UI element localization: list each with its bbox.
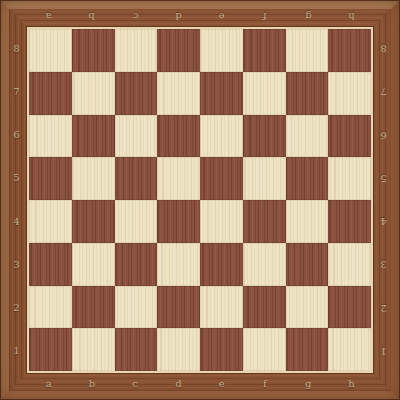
frame-side-left (9, 9, 27, 391)
square-a2[interactable] (29, 286, 72, 329)
square-d8[interactable] (157, 29, 200, 72)
square-b7[interactable] (72, 72, 115, 115)
square-h5[interactable] (328, 157, 371, 200)
square-a6[interactable] (29, 115, 72, 158)
square-d4[interactable] (157, 200, 200, 243)
square-e4[interactable] (200, 200, 243, 243)
square-b8[interactable] (72, 29, 115, 72)
square-h3[interactable] (328, 243, 371, 286)
square-e8[interactable] (200, 29, 243, 72)
square-h6[interactable] (328, 115, 371, 158)
square-e5[interactable] (200, 157, 243, 200)
square-f4[interactable] (243, 200, 286, 243)
square-c6[interactable] (115, 115, 158, 158)
square-e7[interactable] (200, 72, 243, 115)
square-b5[interactable] (72, 157, 115, 200)
square-g1[interactable] (286, 328, 329, 371)
square-f6[interactable] (243, 115, 286, 158)
square-g8[interactable] (286, 29, 329, 72)
square-h7[interactable] (328, 72, 371, 115)
square-d1[interactable] (157, 328, 200, 371)
square-c3[interactable] (115, 243, 158, 286)
square-c5[interactable] (115, 157, 158, 200)
frame-side-right (373, 9, 391, 391)
square-f5[interactable] (243, 157, 286, 200)
chessboard: abcdefgh abcdefgh 87654321 87654321 (0, 0, 400, 400)
square-h4[interactable] (328, 200, 371, 243)
square-d3[interactable] (157, 243, 200, 286)
square-f2[interactable] (243, 286, 286, 329)
square-b1[interactable] (72, 328, 115, 371)
square-d6[interactable] (157, 115, 200, 158)
square-f7[interactable] (243, 72, 286, 115)
square-g6[interactable] (286, 115, 329, 158)
square-c4[interactable] (115, 200, 158, 243)
square-c1[interactable] (115, 328, 158, 371)
square-a5[interactable] (29, 157, 72, 200)
square-e2[interactable] (200, 286, 243, 329)
square-g5[interactable] (286, 157, 329, 200)
square-e1[interactable] (200, 328, 243, 371)
square-g4[interactable] (286, 200, 329, 243)
frame-side-bottom (9, 373, 391, 391)
square-e3[interactable] (200, 243, 243, 286)
square-h8[interactable] (328, 29, 371, 72)
square-d7[interactable] (157, 72, 200, 115)
square-h1[interactable] (328, 328, 371, 371)
square-g7[interactable] (286, 72, 329, 115)
square-g3[interactable] (286, 243, 329, 286)
square-f8[interactable] (243, 29, 286, 72)
square-e6[interactable] (200, 115, 243, 158)
square-d5[interactable] (157, 157, 200, 200)
square-a8[interactable] (29, 29, 72, 72)
square-c8[interactable] (115, 29, 158, 72)
square-b2[interactable] (72, 286, 115, 329)
square-a3[interactable] (29, 243, 72, 286)
square-h2[interactable] (328, 286, 371, 329)
square-c7[interactable] (115, 72, 158, 115)
frame-side-top (9, 9, 391, 27)
square-b6[interactable] (72, 115, 115, 158)
square-c2[interactable] (115, 286, 158, 329)
square-f1[interactable] (243, 328, 286, 371)
square-f3[interactable] (243, 243, 286, 286)
square-b4[interactable] (72, 200, 115, 243)
square-a7[interactable] (29, 72, 72, 115)
square-b3[interactable] (72, 243, 115, 286)
square-g2[interactable] (286, 286, 329, 329)
square-a1[interactable] (29, 328, 72, 371)
board-squares (27, 27, 373, 373)
square-a4[interactable] (29, 200, 72, 243)
square-d2[interactable] (157, 286, 200, 329)
